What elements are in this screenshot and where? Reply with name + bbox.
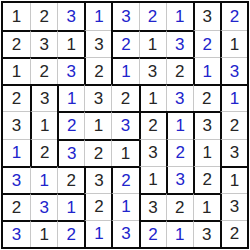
grid-cell-r4c3[interactable]: 1 <box>57 84 84 111</box>
grid-cell-r5c9[interactable]: 2 <box>220 111 247 138</box>
grid-cell-r4c6[interactable]: 1 <box>139 84 166 111</box>
grid-cell-r9c5[interactable]: 3 <box>111 220 138 247</box>
grid-cell-r1c9[interactable]: 2 <box>220 3 247 30</box>
grid-cell-r8c3[interactable]: 1 <box>57 193 84 220</box>
grid-cell-r3c4[interactable]: 2 <box>84 57 111 84</box>
grid-cell-r4c4[interactable]: 3 <box>84 84 111 111</box>
grid-cell-r8c5[interactable]: 1 <box>111 193 138 220</box>
grid-cell-r3c3[interactable]: 3 <box>57 57 84 84</box>
grid-cell-r3c6[interactable]: 3 <box>139 57 166 84</box>
grid-cell-r8c1[interactable]: 2 <box>3 193 30 220</box>
grid-cell-r2c1[interactable]: 2 <box>3 30 30 57</box>
grid-cell-r7c5[interactable]: 2 <box>111 166 138 193</box>
grid-cell-r5c1[interactable]: 3 <box>3 111 30 138</box>
grid-cell-r3c1[interactable]: 1 <box>3 57 30 84</box>
grid-cell-r5c4[interactable]: 1 <box>84 111 111 138</box>
grid-cell-r9c3[interactable]: 2 <box>57 220 84 247</box>
grid-cell-r4c8[interactable]: 2 <box>193 84 220 111</box>
grid-cell-r7c8[interactable]: 2 <box>193 166 220 193</box>
grid-cell-r7c1[interactable]: 3 <box>3 166 30 193</box>
grid-cell-r5c2[interactable]: 1 <box>30 111 57 138</box>
grid-cell-r9c6[interactable]: 2 <box>139 220 166 247</box>
grid-cell-r4c5[interactable]: 2 <box>111 84 138 111</box>
grid-cell-r6c7[interactable]: 2 <box>166 139 193 166</box>
grid-cell-r7c2[interactable]: 1 <box>30 166 57 193</box>
grid-cell-r8c4[interactable]: 2 <box>84 193 111 220</box>
grid-cell-r2c5[interactable]: 2 <box>111 30 138 57</box>
grid-cell-r1c7[interactable]: 1 <box>166 3 193 30</box>
grid-cell-r9c2[interactable]: 1 <box>30 220 57 247</box>
grid-cell-r4c2[interactable]: 3 <box>30 84 57 111</box>
grid-cell-r1c5[interactable]: 3 <box>111 3 138 30</box>
grid-cell-r6c5[interactable]: 1 <box>111 139 138 166</box>
grid-cell-r3c9[interactable]: 3 <box>220 57 247 84</box>
grid-cell-r6c4[interactable]: 2 <box>84 139 111 166</box>
grid-cell-r7c9[interactable]: 1 <box>220 166 247 193</box>
grid-cell-r4c1[interactable]: 2 <box>3 84 30 111</box>
grid-cell-r6c1[interactable]: 1 <box>3 139 30 166</box>
puzzle-board: 1231321322313213211232132132313213213121… <box>1 1 249 249</box>
grid-cell-r5c7[interactable]: 1 <box>166 111 193 138</box>
grid-cell-r3c8[interactable]: 1 <box>193 57 220 84</box>
grid-cell-r7c6[interactable]: 1 <box>139 166 166 193</box>
grid-cell-r7c7[interactable]: 3 <box>166 166 193 193</box>
grid-cell-r9c8[interactable]: 3 <box>193 220 220 247</box>
grid-cell-r8c6[interactable]: 3 <box>139 193 166 220</box>
grid-cell-r2c7[interactable]: 3 <box>166 30 193 57</box>
grid-cell-r1c1[interactable]: 1 <box>3 3 30 30</box>
grid-cell-r2c8[interactable]: 2 <box>193 30 220 57</box>
grid-cell-r1c8[interactable]: 3 <box>193 3 220 30</box>
grid-cell-r2c4[interactable]: 3 <box>84 30 111 57</box>
grid-cell-r5c3[interactable]: 2 <box>57 111 84 138</box>
grid-cell-r5c6[interactable]: 2 <box>139 111 166 138</box>
grid-cell-r8c9[interactable]: 3 <box>220 193 247 220</box>
grid-cell-r9c4[interactable]: 1 <box>84 220 111 247</box>
grid-cell-r7c4[interactable]: 3 <box>84 166 111 193</box>
grid-cell-r1c3[interactable]: 3 <box>57 3 84 30</box>
grid-cell-r1c4[interactable]: 1 <box>84 3 111 30</box>
grid-cell-r1c6[interactable]: 2 <box>139 3 166 30</box>
grid-cell-r1c2[interactable]: 2 <box>30 3 57 30</box>
grid-cell-r6c9[interactable]: 3 <box>220 139 247 166</box>
grid-cell-r3c5[interactable]: 1 <box>111 57 138 84</box>
grid-cell-r8c8[interactable]: 1 <box>193 193 220 220</box>
grid-cell-r9c7[interactable]: 1 <box>166 220 193 247</box>
grid-cell-r3c2[interactable]: 2 <box>30 57 57 84</box>
grid-cell-r2c9[interactable]: 1 <box>220 30 247 57</box>
grid-cell-r6c3[interactable]: 3 <box>57 139 84 166</box>
grid-cell-r5c5[interactable]: 3 <box>111 111 138 138</box>
grid-cell-r8c7[interactable]: 2 <box>166 193 193 220</box>
grid-cell-r2c6[interactable]: 1 <box>139 30 166 57</box>
grid-cell-r3c7[interactable]: 2 <box>166 57 193 84</box>
grid-cell-r2c3[interactable]: 1 <box>57 30 84 57</box>
grid-cell-r6c8[interactable]: 1 <box>193 139 220 166</box>
grid-cell-r7c3[interactable]: 2 <box>57 166 84 193</box>
grid-cell-r6c2[interactable]: 2 <box>30 139 57 166</box>
grid-cell-r5c8[interactable]: 3 <box>193 111 220 138</box>
grid-cell-r2c2[interactable]: 3 <box>30 30 57 57</box>
grid-cell-r8c2[interactable]: 3 <box>30 193 57 220</box>
grid-cell-r6c6[interactable]: 3 <box>139 139 166 166</box>
grid-cell-r9c9[interactable]: 2 <box>220 220 247 247</box>
grid-cell-r4c7[interactable]: 3 <box>166 84 193 111</box>
grid-cell-r9c1[interactable]: 3 <box>3 220 30 247</box>
grid-cell-r4c9[interactable]: 1 <box>220 84 247 111</box>
